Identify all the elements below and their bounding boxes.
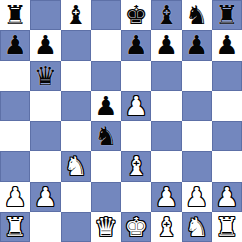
square-d5[interactable]: ♟	[91, 91, 121, 121]
square-c2[interactable]	[61, 182, 91, 212]
square-h5[interactable]	[212, 91, 242, 121]
piece-white-bishop[interactable]: ♝	[155, 212, 178, 242]
piece-black-rook[interactable]: ♜	[3, 0, 26, 30]
piece-black-rook[interactable]: ♜	[215, 0, 238, 30]
square-a8[interactable]: ♜	[0, 0, 30, 30]
square-g7[interactable]: ♟	[182, 30, 212, 60]
piece-black-pawn[interactable]: ♟	[94, 91, 117, 121]
square-a2[interactable]: ♟	[0, 182, 30, 212]
square-f4[interactable]	[151, 121, 181, 151]
square-g2[interactable]: ♟	[182, 182, 212, 212]
square-g1[interactable]: ♞	[182, 212, 212, 242]
square-b1[interactable]	[30, 212, 60, 242]
square-c8[interactable]: ♝	[61, 0, 91, 30]
piece-white-queen[interactable]: ♛	[94, 212, 117, 242]
square-c7[interactable]	[61, 30, 91, 60]
square-b3[interactable]	[30, 151, 60, 181]
square-e7[interactable]: ♟	[121, 30, 151, 60]
square-g4[interactable]	[182, 121, 212, 151]
piece-white-pawn[interactable]: ♟	[3, 182, 26, 212]
square-h4[interactable]	[212, 121, 242, 151]
piece-white-rook[interactable]: ♜	[215, 212, 238, 242]
piece-black-pawn[interactable]: ♟	[185, 30, 208, 60]
piece-white-knight[interactable]: ♞	[64, 151, 87, 181]
square-a4[interactable]	[0, 121, 30, 151]
square-e5[interactable]: ♟	[121, 91, 151, 121]
piece-white-pawn[interactable]: ♟	[215, 182, 238, 212]
square-g3[interactable]	[182, 151, 212, 181]
square-a6[interactable]	[0, 61, 30, 91]
piece-white-bishop[interactable]: ♝	[124, 151, 147, 181]
chess-board: ♜♝♚♝♞♜♟♟♟♟♟♟♛♟♟♞♞♝♟♟♟♟♟♜♛♚♝♞♜	[0, 0, 242, 242]
square-h1[interactable]: ♜	[212, 212, 242, 242]
square-h8[interactable]: ♜	[212, 0, 242, 30]
square-a3[interactable]	[0, 151, 30, 181]
piece-white-pawn[interactable]: ♟	[124, 91, 147, 121]
square-f6[interactable]	[151, 61, 181, 91]
piece-black-queen[interactable]: ♛	[34, 61, 57, 91]
piece-white-pawn[interactable]: ♟	[34, 182, 57, 212]
square-h3[interactable]	[212, 151, 242, 181]
square-d7[interactable]	[91, 30, 121, 60]
square-b8[interactable]	[30, 0, 60, 30]
square-e6[interactable]	[121, 61, 151, 91]
piece-white-pawn[interactable]: ♟	[185, 182, 208, 212]
square-f2[interactable]: ♟	[151, 182, 181, 212]
square-d3[interactable]	[91, 151, 121, 181]
piece-black-knight[interactable]: ♞	[94, 121, 117, 151]
square-b7[interactable]: ♟	[30, 30, 60, 60]
piece-white-knight[interactable]: ♞	[185, 212, 208, 242]
square-d8[interactable]	[91, 0, 121, 30]
square-h6[interactable]	[212, 61, 242, 91]
square-c6[interactable]	[61, 61, 91, 91]
square-d2[interactable]	[91, 182, 121, 212]
piece-black-bishop[interactable]: ♝	[64, 0, 87, 30]
piece-black-pawn[interactable]: ♟	[155, 30, 178, 60]
square-c1[interactable]	[61, 212, 91, 242]
square-d6[interactable]	[91, 61, 121, 91]
square-g6[interactable]	[182, 61, 212, 91]
piece-black-bishop[interactable]: ♝	[155, 0, 178, 30]
square-e3[interactable]: ♝	[121, 151, 151, 181]
square-b6[interactable]: ♛	[30, 61, 60, 91]
piece-black-king[interactable]: ♚	[124, 0, 147, 30]
square-b5[interactable]	[30, 91, 60, 121]
piece-black-pawn[interactable]: ♟	[34, 30, 57, 60]
square-f5[interactable]	[151, 91, 181, 121]
piece-black-pawn[interactable]: ♟	[215, 30, 238, 60]
piece-white-king[interactable]: ♚	[124, 212, 147, 242]
piece-white-pawn[interactable]: ♟	[155, 182, 178, 212]
square-d1[interactable]: ♛	[91, 212, 121, 242]
square-e4[interactable]	[121, 121, 151, 151]
square-c5[interactable]	[61, 91, 91, 121]
square-e8[interactable]: ♚	[121, 0, 151, 30]
square-a5[interactable]	[0, 91, 30, 121]
piece-black-knight[interactable]: ♞	[185, 0, 208, 30]
square-f1[interactable]: ♝	[151, 212, 181, 242]
square-f3[interactable]	[151, 151, 181, 181]
square-f7[interactable]: ♟	[151, 30, 181, 60]
square-f8[interactable]: ♝	[151, 0, 181, 30]
square-g8[interactable]: ♞	[182, 0, 212, 30]
square-a7[interactable]: ♟	[0, 30, 30, 60]
square-h2[interactable]: ♟	[212, 182, 242, 212]
square-e2[interactable]	[121, 182, 151, 212]
piece-black-pawn[interactable]: ♟	[3, 30, 26, 60]
square-b2[interactable]: ♟	[30, 182, 60, 212]
square-e1[interactable]: ♚	[121, 212, 151, 242]
square-h7[interactable]: ♟	[212, 30, 242, 60]
square-b4[interactable]	[30, 121, 60, 151]
piece-white-rook[interactable]: ♜	[3, 212, 26, 242]
square-a1[interactable]: ♜	[0, 212, 30, 242]
square-d4[interactable]: ♞	[91, 121, 121, 151]
square-g5[interactable]	[182, 91, 212, 121]
piece-black-pawn[interactable]: ♟	[124, 30, 147, 60]
square-c4[interactable]	[61, 121, 91, 151]
square-c3[interactable]: ♞	[61, 151, 91, 181]
